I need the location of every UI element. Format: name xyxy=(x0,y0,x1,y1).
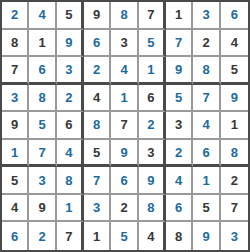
cell-r4c1[interactable]: 3 xyxy=(2,85,29,113)
cell-r8c1[interactable]: 4 xyxy=(2,195,29,223)
cell-r5c5[interactable]: 7 xyxy=(111,112,138,140)
cell-r3c5[interactable]: 4 xyxy=(111,57,138,85)
cell-r2c6[interactable]: 5 xyxy=(139,30,166,58)
cell-r2c2[interactable]: 1 xyxy=(29,30,56,58)
cell-r7c7[interactable]: 4 xyxy=(166,167,193,195)
cell-r7c9[interactable]: 2 xyxy=(221,167,248,195)
cell-r9c7[interactable]: 8 xyxy=(166,222,193,250)
cell-r4c4[interactable]: 4 xyxy=(84,85,111,113)
cell-r4c2[interactable]: 8 xyxy=(29,85,56,113)
cell-r3c6[interactable]: 1 xyxy=(139,57,166,85)
cell-r6c8[interactable]: 6 xyxy=(193,140,220,168)
cell-r7c8[interactable]: 1 xyxy=(193,167,220,195)
cell-r4c9[interactable]: 9 xyxy=(221,85,248,113)
cell-r2c3[interactable]: 9 xyxy=(57,30,84,58)
cell-r5c1[interactable]: 9 xyxy=(2,112,29,140)
cell-r9c4[interactable]: 1 xyxy=(84,222,111,250)
cell-r9c2[interactable]: 2 xyxy=(29,222,56,250)
cell-r8c3[interactable]: 1 xyxy=(57,195,84,223)
cell-r8c7[interactable]: 6 xyxy=(166,195,193,223)
cell-r6c6[interactable]: 3 xyxy=(139,140,166,168)
cell-r3c4[interactable]: 2 xyxy=(84,57,111,85)
cell-r3c3[interactable]: 3 xyxy=(57,57,84,85)
cell-r3c9[interactable]: 5 xyxy=(221,57,248,85)
cell-r6c5[interactable]: 9 xyxy=(111,140,138,168)
cell-r3c7[interactable]: 9 xyxy=(166,57,193,85)
cell-r7c3[interactable]: 8 xyxy=(57,167,84,195)
cell-r8c2[interactable]: 9 xyxy=(29,195,56,223)
cell-r3c2[interactable]: 6 xyxy=(29,57,56,85)
cell-r6c1[interactable]: 1 xyxy=(2,140,29,168)
cell-r5c3[interactable]: 6 xyxy=(57,112,84,140)
cell-r2c4[interactable]: 6 xyxy=(84,30,111,58)
cell-r6c3[interactable]: 4 xyxy=(57,140,84,168)
cell-r9c8[interactable]: 9 xyxy=(193,222,220,250)
cell-r1c8[interactable]: 3 xyxy=(193,2,220,30)
cell-r2c8[interactable]: 2 xyxy=(193,30,220,58)
cell-r6c4[interactable]: 5 xyxy=(84,140,111,168)
cell-r3c1[interactable]: 7 xyxy=(2,57,29,85)
cell-r5c4[interactable]: 8 xyxy=(84,112,111,140)
cell-r4c5[interactable]: 1 xyxy=(111,85,138,113)
cell-r1c7[interactable]: 1 xyxy=(166,2,193,30)
cell-r1c9[interactable]: 6 xyxy=(221,2,248,30)
cell-r2c1[interactable]: 8 xyxy=(2,30,29,58)
cell-r8c9[interactable]: 7 xyxy=(221,195,248,223)
cell-r7c4[interactable]: 7 xyxy=(84,167,111,195)
cell-r1c2[interactable]: 4 xyxy=(29,2,56,30)
cell-r1c5[interactable]: 8 xyxy=(111,2,138,30)
cell-r3c8[interactable]: 8 xyxy=(193,57,220,85)
sudoku-board: 2459871368196357247632419853824165799568… xyxy=(0,0,250,252)
cell-r6c2[interactable]: 7 xyxy=(29,140,56,168)
cell-r6c9[interactable]: 8 xyxy=(221,140,248,168)
cell-r9c1[interactable]: 6 xyxy=(2,222,29,250)
cell-r9c5[interactable]: 5 xyxy=(111,222,138,250)
cell-r7c6[interactable]: 9 xyxy=(139,167,166,195)
cell-r9c3[interactable]: 7 xyxy=(57,222,84,250)
cell-r5c9[interactable]: 1 xyxy=(221,112,248,140)
cell-r4c8[interactable]: 7 xyxy=(193,85,220,113)
cell-r5c6[interactable]: 2 xyxy=(139,112,166,140)
cell-r8c5[interactable]: 2 xyxy=(111,195,138,223)
cell-r1c3[interactable]: 5 xyxy=(57,2,84,30)
cell-r7c2[interactable]: 3 xyxy=(29,167,56,195)
cell-r1c1[interactable]: 2 xyxy=(2,2,29,30)
cell-r9c9[interactable]: 3 xyxy=(221,222,248,250)
cell-r4c3[interactable]: 2 xyxy=(57,85,84,113)
cell-r7c5[interactable]: 6 xyxy=(111,167,138,195)
cell-r2c9[interactable]: 4 xyxy=(221,30,248,58)
cell-r9c6[interactable]: 4 xyxy=(139,222,166,250)
cell-r1c6[interactable]: 7 xyxy=(139,2,166,30)
cell-r5c7[interactable]: 3 xyxy=(166,112,193,140)
cell-r7c1[interactable]: 5 xyxy=(2,167,29,195)
cell-r2c7[interactable]: 7 xyxy=(166,30,193,58)
cell-r6c7[interactable]: 2 xyxy=(166,140,193,168)
cell-r8c4[interactable]: 3 xyxy=(84,195,111,223)
cell-r1c4[interactable]: 9 xyxy=(84,2,111,30)
cell-r4c6[interactable]: 6 xyxy=(139,85,166,113)
cell-r2c5[interactable]: 3 xyxy=(111,30,138,58)
cell-r5c8[interactable]: 4 xyxy=(193,112,220,140)
cell-r8c8[interactable]: 5 xyxy=(193,195,220,223)
cell-r8c6[interactable]: 8 xyxy=(139,195,166,223)
cell-r5c2[interactable]: 5 xyxy=(29,112,56,140)
cell-r4c7[interactable]: 5 xyxy=(166,85,193,113)
